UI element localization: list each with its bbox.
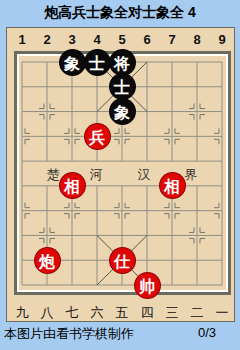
piece-black-elephant[interactable]: 象 — [59, 49, 86, 76]
piece-red-advisor[interactable]: 仕 — [109, 247, 136, 274]
file-label-top-2: 2 — [38, 32, 56, 47]
move-counter: 0/3 — [198, 325, 216, 340]
file-label-top-6: 6 — [138, 32, 156, 47]
piece-black-advisor[interactable]: 士 — [84, 49, 111, 76]
file-label-top-9: 9 — [213, 32, 231, 47]
piece-red-general[interactable]: 帅 — [134, 272, 161, 299]
piece-black-elephant[interactable]: 象 — [109, 98, 136, 125]
piece-black-general[interactable]: 将 — [109, 49, 136, 76]
file-label-top-4: 4 — [88, 32, 106, 47]
file-label-bottom-9: 一 — [213, 304, 231, 322]
credit-text: 本图片由看书学棋制作 — [4, 325, 134, 343]
footer-bar: 本图片由看书学棋制作 0/3 — [0, 325, 240, 343]
file-label-top-5: 5 — [113, 32, 131, 47]
river-char-4: 界 — [183, 166, 199, 182]
river-char-3: 汉 — [136, 166, 152, 182]
file-label-top-8: 8 — [188, 32, 206, 47]
file-label-bottom-1: 九 — [13, 304, 31, 322]
file-label-bottom-6: 四 — [138, 304, 156, 322]
file-label-top-1: 1 — [13, 32, 31, 47]
file-label-bottom-2: 八 — [38, 304, 56, 322]
file-label-bottom-8: 二 — [188, 304, 206, 322]
file-label-bottom-4: 六 — [88, 304, 106, 322]
file-label-bottom-3: 七 — [63, 304, 81, 322]
piece-red-elephant[interactable]: 相 — [159, 172, 186, 199]
river-char-1: 楚 — [45, 166, 61, 182]
file-label-bottom-7: 三 — [163, 304, 181, 322]
river-char-2: 河 — [88, 166, 104, 182]
piece-red-cannon[interactable]: 炮 — [34, 247, 61, 274]
file-label-top-3: 3 — [63, 32, 81, 47]
piece-red-elephant[interactable]: 相 — [59, 172, 86, 199]
board-grid[interactable]: 楚河汉界 象士将士象兵相相炮仕帅 — [22, 62, 222, 285]
piece-black-advisor[interactable]: 士 — [109, 73, 136, 100]
page-title: 炮高兵士象全对士象全 4 — [0, 4, 240, 22]
file-label-bottom-5: 五 — [113, 304, 131, 322]
piece-red-pawn[interactable]: 兵 — [84, 123, 111, 150]
file-label-top-7: 7 — [163, 32, 181, 47]
board-panel: 123456789 楚河汉界 象士将士象兵相相炮仕帅 九八七六五四三二一 — [6, 27, 235, 322]
